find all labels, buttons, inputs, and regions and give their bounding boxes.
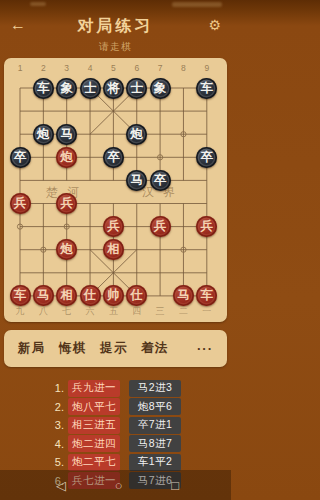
piece-black-车[interactable]: 车 — [196, 78, 217, 99]
nav-recents-icon[interactable]: □ — [171, 479, 179, 492]
piece-red-车[interactable]: 车 — [10, 285, 31, 306]
file-label-bottom: 六 — [86, 305, 95, 318]
piece-black-卒[interactable]: 卒 — [150, 170, 171, 191]
xiangqi-board[interactable]: 楚河 汉界 123456789九八七六五四三二一车象士将士象车炮马炮卒炮卒卒马卒… — [4, 58, 227, 322]
black-move[interactable]: 卒7进1 — [129, 417, 181, 434]
header: ← 对局练习 ⚙ — [0, 14, 231, 40]
move-row: 2.炮八平七炮8平6 — [46, 398, 231, 417]
red-move[interactable]: 炮二平七 — [68, 454, 120, 471]
piece-black-士[interactable]: 士 — [126, 78, 147, 99]
page-title: 对局练习 — [0, 16, 231, 37]
move-number: 2. — [46, 401, 64, 413]
app-screen: ← 对局练习 ⚙ 请走棋 楚河 汉界 1234567 — [0, 0, 231, 500]
piece-black-炮[interactable]: 炮 — [126, 124, 147, 145]
file-label-bottom: 七 — [62, 305, 71, 318]
piece-red-兵[interactable]: 兵 — [103, 216, 124, 237]
file-label-top: 3 — [64, 63, 69, 73]
piece-red-兵[interactable]: 兵 — [150, 216, 171, 237]
file-label-bottom: 八 — [39, 305, 48, 318]
file-label-bottom: 四 — [132, 305, 141, 318]
black-move[interactable]: 车1平2 — [129, 454, 181, 471]
piece-black-象[interactable]: 象 — [56, 78, 77, 99]
piece-black-卒[interactable]: 卒 — [10, 147, 31, 168]
piece-black-象[interactable]: 象 — [150, 78, 171, 99]
file-label-top: 1 — [18, 63, 23, 73]
file-label-top: 7 — [158, 63, 163, 73]
file-label-bottom: 二 — [179, 305, 188, 318]
piece-black-车[interactable]: 车 — [33, 78, 54, 99]
more-options-button[interactable]: ··· — [197, 341, 213, 356]
moves-button[interactable]: 着法 — [141, 340, 169, 357]
hint-button[interactable]: 提示 — [100, 340, 128, 357]
red-move[interactable]: 相三进五 — [68, 417, 120, 434]
piece-red-炮[interactable]: 炮 — [56, 147, 77, 168]
black-move[interactable]: 炮8平6 — [129, 398, 181, 415]
nav-back-icon[interactable]: ◁ — [56, 479, 66, 492]
file-label-bottom: 一 — [202, 305, 211, 318]
new-game-button[interactable]: 新局 — [18, 340, 46, 357]
piece-red-相[interactable]: 相 — [103, 239, 124, 260]
file-label-top: 9 — [204, 63, 209, 73]
piece-black-炮[interactable]: 炮 — [33, 124, 54, 145]
move-row: 1.兵九进一马2进3 — [46, 379, 231, 398]
red-move[interactable]: 炮二进四 — [68, 435, 120, 452]
settings-gear-icon[interactable]: ⚙ — [208, 17, 221, 33]
status-bar — [0, 0, 231, 12]
black-move[interactable]: 马2进3 — [129, 380, 181, 397]
file-label-top: 6 — [134, 63, 139, 73]
file-label-top: 4 — [88, 63, 93, 73]
piece-black-将[interactable]: 将 — [103, 78, 124, 99]
status-time-blur — [30, 2, 46, 6]
move-row: 3.相三进五卒7进1 — [46, 416, 231, 435]
file-label-bottom: 九 — [16, 305, 25, 318]
move-number: 1. — [46, 382, 64, 394]
black-move[interactable]: 马8进7 — [129, 435, 181, 452]
toolbar: 新局 悔棋 提示 着法 ··· — [4, 330, 227, 367]
piece-black-卒[interactable]: 卒 — [103, 147, 124, 168]
android-nav-bar: ◁ ○ □ — [0, 470, 231, 500]
file-label-top: 8 — [181, 63, 186, 73]
piece-red-仕[interactable]: 仕 — [80, 285, 101, 306]
piece-black-马[interactable]: 马 — [126, 170, 147, 191]
turn-status-text: 请走棋 — [0, 40, 231, 54]
status-icons-blur — [172, 2, 222, 7]
red-move[interactable]: 炮八平七 — [68, 398, 120, 415]
piece-black-马[interactable]: 马 — [56, 124, 77, 145]
move-number: 4. — [46, 438, 64, 450]
file-label-bottom: 五 — [109, 305, 118, 318]
file-label-bottom: 三 — [156, 305, 165, 318]
file-label-top: 5 — [111, 63, 116, 73]
piece-black-士[interactable]: 士 — [80, 78, 101, 99]
undo-move-button[interactable]: 悔棋 — [59, 340, 87, 357]
move-number: 3. — [46, 419, 64, 431]
move-row: 4.炮二进四马8进7 — [46, 435, 231, 454]
nav-home-icon[interactable]: ○ — [115, 479, 123, 492]
piece-red-兵[interactable]: 兵 — [10, 193, 31, 214]
move-number: 5. — [46, 456, 64, 468]
piece-black-卒[interactable]: 卒 — [196, 147, 217, 168]
move-row: 5.炮二平七车1平2 — [46, 453, 231, 472]
file-label-top: 2 — [41, 63, 46, 73]
red-move[interactable]: 兵九进一 — [68, 380, 120, 397]
